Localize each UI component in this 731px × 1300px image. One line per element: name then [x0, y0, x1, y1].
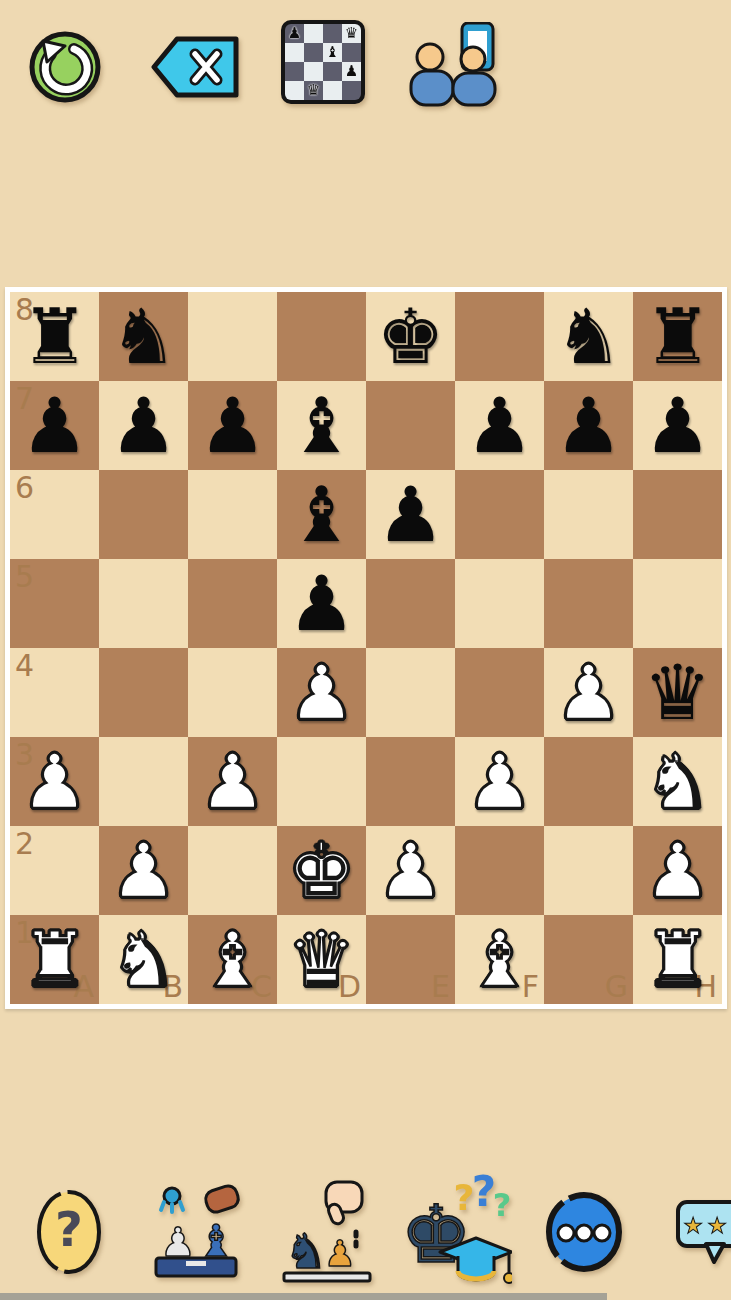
- svg-text:♞: ♞: [284, 1223, 327, 1279]
- human-vs-computer-button[interactable]: ♟ ♝: [148, 1182, 244, 1282]
- mini-square: ♝: [323, 43, 342, 62]
- square-d1[interactable]: D♛: [277, 915, 366, 1004]
- black-pawn: ♟: [99, 381, 188, 470]
- white-pawn: ♟: [544, 648, 633, 737]
- square-e4[interactable]: [366, 648, 455, 737]
- question-mark-icon: ?: [36, 1260, 102, 1279]
- mini-square: [285, 43, 304, 62]
- square-g7[interactable]: ♟: [544, 381, 633, 470]
- square-d7[interactable]: ♝: [277, 381, 366, 470]
- white-pawn: ♟: [366, 826, 455, 915]
- square-c7[interactable]: ♟: [188, 381, 277, 470]
- mini-square: [323, 62, 342, 81]
- board-setup-button[interactable]: ♟♛♝♟♛: [281, 20, 365, 104]
- square-g6[interactable]: [544, 470, 633, 559]
- restart-button[interactable]: [27, 29, 103, 105]
- mini-square: ♛: [304, 81, 323, 100]
- svg-text:★: ★: [683, 1213, 703, 1238]
- mini-square: [342, 81, 361, 100]
- file-label: B: [162, 969, 183, 1004]
- square-h8[interactable]: ♜: [633, 292, 722, 381]
- square-c4[interactable]: [188, 648, 277, 737]
- mini-square: ♟: [285, 24, 304, 43]
- square-f3[interactable]: ♟: [455, 737, 544, 826]
- square-b3[interactable]: [99, 737, 188, 826]
- square-e7[interactable]: [366, 381, 455, 470]
- square-h7[interactable]: ♟: [633, 381, 722, 470]
- file-label: A: [73, 969, 94, 1004]
- square-d6[interactable]: ♝: [277, 470, 366, 559]
- square-g2[interactable]: [544, 826, 633, 915]
- rank-label: 6: [15, 470, 34, 505]
- svg-text:★: ★: [707, 1213, 727, 1238]
- chess-board: 8♜♞♚♞♜7♟♟♟♝♟♟♟6♝♟5♟4♟♟♛3♟♟♟♞2♟♚♟♟1A♜B♞C♝…: [5, 287, 727, 1009]
- square-g5[interactable]: [544, 559, 633, 648]
- square-e1[interactable]: E: [366, 915, 455, 1004]
- black-bishop: ♝: [277, 470, 366, 559]
- square-b4[interactable]: [99, 648, 188, 737]
- two-players-button[interactable]: [407, 22, 499, 108]
- square-h5[interactable]: [633, 559, 722, 648]
- square-d8[interactable]: [277, 292, 366, 381]
- black-bishop: ♝: [277, 381, 366, 470]
- make-move-button[interactable]: ♞ ♟: [282, 1180, 374, 1286]
- file-label: H: [694, 969, 717, 1004]
- square-h2[interactable]: ♟: [633, 826, 722, 915]
- black-knight: ♞: [99, 292, 188, 381]
- square-c1[interactable]: C♝: [188, 915, 277, 1004]
- square-a2[interactable]: 2: [10, 826, 99, 915]
- rank-label: 8: [15, 292, 34, 327]
- mini-square: [285, 81, 304, 100]
- square-d3[interactable]: [277, 737, 366, 826]
- square-h4[interactable]: ♛: [633, 648, 722, 737]
- black-queen: ♛: [633, 648, 722, 737]
- square-e6[interactable]: ♟: [366, 470, 455, 559]
- svg-text:♟: ♟: [324, 1233, 356, 1274]
- square-a1[interactable]: 1A♜: [10, 915, 99, 1004]
- square-f5[interactable]: [455, 559, 544, 648]
- square-a4[interactable]: 4: [10, 648, 99, 737]
- rank-label: 1: [15, 915, 34, 950]
- undo-backspace-button[interactable]: [151, 36, 239, 98]
- mini-square: [304, 62, 323, 81]
- square-c2[interactable]: [188, 826, 277, 915]
- square-d4[interactable]: ♟: [277, 648, 366, 737]
- white-knight: ♞: [633, 737, 722, 826]
- square-f8[interactable]: [455, 292, 544, 381]
- file-label: E: [431, 969, 450, 1004]
- square-g3[interactable]: [544, 737, 633, 826]
- three-dots-icon: [545, 1257, 623, 1276]
- square-a3[interactable]: 3♟: [10, 737, 99, 826]
- black-pawn: ♟: [277, 559, 366, 648]
- white-pawn: ♟: [99, 826, 188, 915]
- more-options-button[interactable]: [545, 1192, 623, 1272]
- file-label: D: [338, 969, 361, 1004]
- square-c6[interactable]: [188, 470, 277, 559]
- square-a5[interactable]: 5: [10, 559, 99, 648]
- black-pawn: ♟: [544, 381, 633, 470]
- rank-label: 7: [15, 381, 34, 416]
- square-g4[interactable]: ♟: [544, 648, 633, 737]
- square-f7[interactable]: ♟: [455, 381, 544, 470]
- file-label: G: [605, 969, 628, 1004]
- stars-bubble-icon: ★ ★ ★: [676, 1255, 731, 1274]
- square-a8[interactable]: 8♜: [10, 292, 99, 381]
- square-c3[interactable]: ♟: [188, 737, 277, 826]
- black-knight: ♞: [544, 292, 633, 381]
- square-a7[interactable]: 7♟: [10, 381, 99, 470]
- mini-square: ♛: [342, 24, 361, 43]
- rank-label: 2: [15, 826, 34, 861]
- square-d5[interactable]: ♟: [277, 559, 366, 648]
- mini-square: [304, 24, 323, 43]
- square-e5[interactable]: [366, 559, 455, 648]
- svg-text:?: ?: [493, 1186, 512, 1224]
- square-f1[interactable]: F♝: [455, 915, 544, 1004]
- square-g8[interactable]: ♞: [544, 292, 633, 381]
- hand-placing-piece-icon: ♞ ♟: [282, 1271, 374, 1290]
- square-h6[interactable]: [633, 470, 722, 559]
- mini-square: [323, 81, 342, 100]
- square-d2[interactable]: ♚: [277, 826, 366, 915]
- mini-square: ♟: [342, 62, 361, 81]
- rank-label: 4: [15, 648, 34, 683]
- square-b7[interactable]: ♟: [99, 381, 188, 470]
- white-pawn: ♟: [188, 737, 277, 826]
- black-pawn: ♟: [455, 381, 544, 470]
- square-b1[interactable]: B♞: [99, 915, 188, 1004]
- rate-button[interactable]: ★ ★ ★: [676, 1200, 731, 1270]
- square-e2[interactable]: ♟: [366, 826, 455, 915]
- file-label: C: [251, 969, 272, 1004]
- black-king: ♚: [366, 292, 455, 381]
- square-b2[interactable]: ♟: [99, 826, 188, 915]
- white-pawn: ♟: [455, 737, 544, 826]
- square-f6[interactable]: [455, 470, 544, 559]
- people-phone-icon: [407, 93, 499, 112]
- backspace-icon: [151, 83, 239, 102]
- claw-hand-pieces-icon: ♟ ♝: [148, 1267, 244, 1286]
- black-pawn: ♟: [633, 381, 722, 470]
- square-f2[interactable]: [455, 826, 544, 915]
- board-squares: 8♜♞♚♞♜7♟♟♟♝♟♟♟6♝♟5♟4♟♟♛3♟♟♟♞2♟♚♟♟1A♜B♞C♝…: [10, 292, 722, 1004]
- svg-text:♝: ♝: [196, 1215, 235, 1266]
- square-c8[interactable]: [188, 292, 277, 381]
- mini-square: [323, 24, 342, 43]
- black-pawn: ♟: [366, 470, 455, 559]
- square-b6[interactable]: [99, 470, 188, 559]
- white-king: ♚: [277, 826, 366, 915]
- svg-text:♟: ♟: [160, 1219, 196, 1265]
- rank-label: 3: [15, 737, 34, 772]
- hint-button[interactable]: ?: [36, 1189, 102, 1275]
- square-b5[interactable]: [99, 559, 188, 648]
- file-label: F: [522, 969, 539, 1004]
- square-h3[interactable]: ♞: [633, 737, 722, 826]
- mini-square: [285, 62, 304, 81]
- learn-quiz-button[interactable]: ? ? ? ♚: [402, 1172, 512, 1292]
- restart-icon: [27, 90, 103, 109]
- white-pawn: ♟: [277, 648, 366, 737]
- square-e3[interactable]: [366, 737, 455, 826]
- mini-square: [304, 43, 323, 62]
- white-pawn: ♟: [633, 826, 722, 915]
- square-a6[interactable]: 6: [10, 470, 99, 559]
- bottom-nav-strip: [0, 1293, 607, 1300]
- black-rook: ♜: [633, 292, 722, 381]
- square-g1[interactable]: G: [544, 915, 633, 1004]
- square-f4[interactable]: [455, 648, 544, 737]
- square-c5[interactable]: [188, 559, 277, 648]
- mini-square: [342, 43, 361, 62]
- square-h1[interactable]: H♜: [633, 915, 722, 1004]
- square-b8[interactable]: ♞: [99, 292, 188, 381]
- rank-label: 5: [15, 559, 34, 594]
- mini-chessboard-icon: ♟♛♝♟♛: [281, 20, 365, 104]
- square-e8[interactable]: ♚: [366, 292, 455, 381]
- black-pawn: ♟: [188, 381, 277, 470]
- svg-text:?: ?: [55, 1201, 83, 1257]
